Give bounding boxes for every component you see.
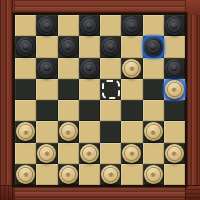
light-piece[interactable] [59, 165, 78, 184]
light-piece[interactable] [80, 144, 99, 163]
square-r3c0[interactable] [15, 79, 36, 100]
square-r7c5[interactable] [121, 164, 142, 185]
square-r2c7[interactable] [164, 58, 185, 79]
square-r4c5[interactable] [121, 100, 142, 121]
square-r5c0[interactable] [15, 121, 36, 142]
square-r2c4[interactable] [100, 58, 121, 79]
square-r2c6[interactable] [143, 58, 164, 79]
dark-piece[interactable] [16, 37, 35, 56]
frame-corner-top-right [185, 0, 200, 15]
square-r6c1[interactable] [36, 143, 57, 164]
square-r0c5[interactable] [121, 15, 142, 36]
square-r4c1[interactable] [36, 100, 57, 121]
dark-piece[interactable] [80, 59, 99, 78]
checkers-app [0, 0, 200, 200]
square-r0c6[interactable] [143, 15, 164, 36]
square-r4c7[interactable] [164, 100, 185, 121]
dark-piece[interactable] [37, 59, 56, 78]
square-r7c1[interactable] [36, 164, 57, 185]
dark-piece[interactable] [165, 59, 184, 78]
light-piece[interactable] [122, 144, 141, 163]
square-r4c6[interactable] [143, 100, 164, 121]
light-piece[interactable] [59, 122, 78, 141]
square-r5c5[interactable] [121, 121, 142, 142]
square-r6c3[interactable] [79, 143, 100, 164]
square-r0c2[interactable] [58, 15, 79, 36]
square-r1c1[interactable] [36, 36, 57, 57]
square-r1c5[interactable] [121, 36, 142, 57]
square-r0c0[interactable] [15, 15, 36, 36]
checkers-board [15, 15, 185, 185]
square-r2c5[interactable] [121, 58, 142, 79]
light-piece[interactable] [122, 59, 141, 78]
square-r3c5[interactable] [121, 79, 142, 100]
square-r5c4[interactable] [100, 121, 121, 142]
dashed-target-square [102, 80, 120, 98]
square-r1c0[interactable] [15, 36, 36, 57]
frame-bottom-plank [15, 185, 185, 200]
square-r1c7[interactable] [164, 36, 185, 57]
square-r3c1[interactable] [36, 79, 57, 100]
dark-piece[interactable] [101, 37, 120, 56]
square-r7c2[interactable] [58, 164, 79, 185]
frame-corner-bottom-left [0, 185, 15, 200]
square-r2c2[interactable] [58, 58, 79, 79]
square-r0c3[interactable] [79, 15, 100, 36]
square-r0c1[interactable] [36, 15, 57, 36]
dark-piece[interactable] [80, 16, 99, 35]
square-r3c3[interactable] [79, 79, 100, 100]
light-piece[interactable] [144, 122, 163, 141]
light-piece[interactable] [16, 122, 35, 141]
square-r1c6[interactable] [143, 36, 164, 57]
frame-corner-bottom-right [185, 185, 200, 200]
square-r3c2[interactable] [58, 79, 79, 100]
square-r7c4[interactable] [100, 164, 121, 185]
square-r3c6[interactable] [143, 79, 164, 100]
square-r2c1[interactable] [36, 58, 57, 79]
square-r0c7[interactable] [164, 15, 185, 36]
light-piece[interactable] [16, 165, 35, 184]
square-r3c4[interactable] [100, 79, 121, 100]
square-r3c7[interactable] [164, 79, 185, 100]
square-r4c2[interactable] [58, 100, 79, 121]
square-r5c3[interactable] [79, 121, 100, 142]
square-r1c3[interactable] [79, 36, 100, 57]
square-r7c3[interactable] [79, 164, 100, 185]
dark-piece[interactable] [37, 16, 56, 35]
light-piece[interactable] [165, 80, 184, 99]
square-r7c7[interactable] [164, 164, 185, 185]
square-r6c6[interactable] [143, 143, 164, 164]
square-r6c5[interactable] [121, 143, 142, 164]
dark-piece[interactable] [122, 16, 141, 35]
square-r5c1[interactable] [36, 121, 57, 142]
frame-top-plank [15, 0, 185, 15]
square-r1c2[interactable] [58, 36, 79, 57]
square-r0c4[interactable] [100, 15, 121, 36]
square-r2c0[interactable] [15, 58, 36, 79]
square-r2c3[interactable] [79, 58, 100, 79]
square-r4c4[interactable] [100, 100, 121, 121]
light-piece[interactable] [37, 144, 56, 163]
square-r7c0[interactable] [15, 164, 36, 185]
square-r5c6[interactable] [143, 121, 164, 142]
dark-piece[interactable] [59, 37, 78, 56]
light-piece[interactable] [144, 165, 163, 184]
square-r7c6[interactable] [143, 164, 164, 185]
square-r4c3[interactable] [79, 100, 100, 121]
square-r6c4[interactable] [100, 143, 121, 164]
square-r6c0[interactable] [15, 143, 36, 164]
frame-right-plank [185, 0, 200, 200]
square-r4c0[interactable] [15, 100, 36, 121]
light-piece[interactable] [101, 165, 120, 184]
dark-piece[interactable] [144, 37, 163, 56]
square-r5c2[interactable] [58, 121, 79, 142]
square-r1c4[interactable] [100, 36, 121, 57]
light-piece[interactable] [165, 144, 184, 163]
square-r6c2[interactable] [58, 143, 79, 164]
dark-piece[interactable] [165, 16, 184, 35]
square-r6c7[interactable] [164, 143, 185, 164]
frame-left-plank [0, 0, 15, 200]
square-r5c7[interactable] [164, 121, 185, 142]
